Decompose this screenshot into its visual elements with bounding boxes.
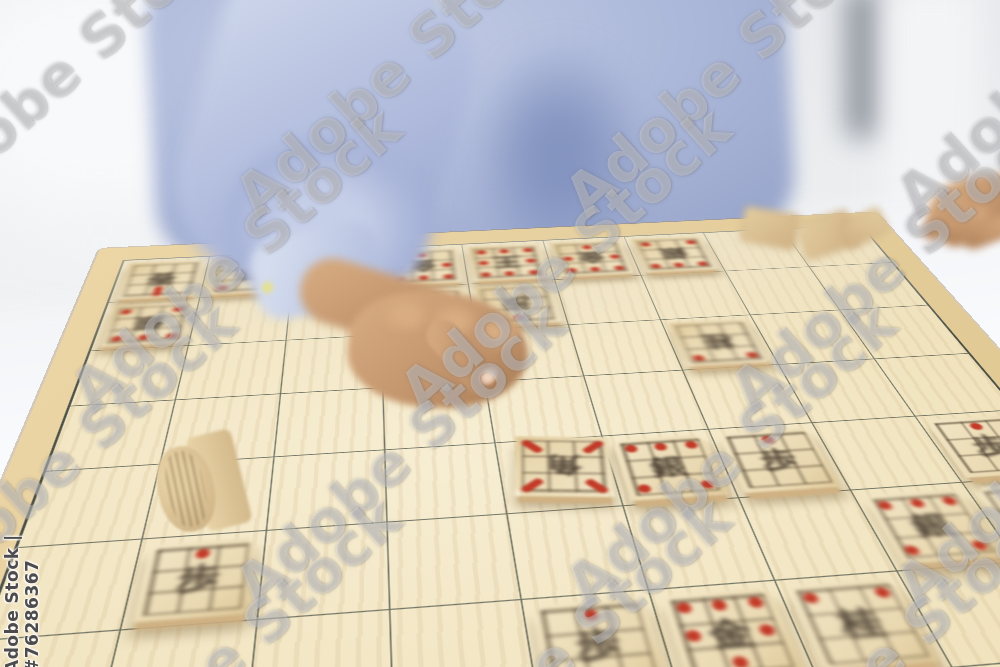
piece-kanji-pawn: 歩	[171, 560, 225, 597]
piece-kanji-silver: 銀	[127, 314, 168, 334]
blurred-background-object	[846, 0, 884, 138]
piece-kanji-pawn: 歩	[568, 623, 627, 665]
piece-gote-king[interactable]: 王	[468, 244, 549, 282]
piece-face: 角	[515, 437, 615, 498]
piece-face: 歩	[133, 537, 258, 622]
square-7d	[275, 388, 386, 457]
move-dot-r	[562, 257, 573, 262]
shogi-board: 香桂金王金銀銀歩歩桂角銀歩歩歩銀香歩金桂金玉	[0, 212, 1000, 667]
piece-face: 香	[116, 260, 203, 300]
move-dot-dr	[640, 242, 651, 247]
piece-kanji-gold: 金	[573, 250, 609, 266]
knuckle-highlight	[380, 296, 432, 334]
square-6e	[386, 443, 507, 523]
touched-piece-gote-bishop[interactable]: 角	[515, 437, 615, 498]
piece-kanji-pawn: 歩	[499, 295, 536, 314]
square-9c	[70, 346, 189, 407]
watermark-credit: Adobe Stock | #76286367	[2, 428, 42, 667]
square-6g	[391, 600, 539, 667]
move-dot-l	[609, 254, 620, 259]
move-dot-ul	[443, 274, 453, 279]
piece-face: 銀	[99, 302, 193, 347]
square-9d	[46, 400, 176, 471]
square-7g	[247, 610, 395, 667]
piece-kanji-bishop: 角	[543, 453, 586, 479]
piece-gote-lance[interactable]: 香	[116, 260, 203, 300]
cuff-button	[262, 282, 273, 293]
square-8c	[176, 340, 286, 400]
move-dot-d	[582, 245, 593, 250]
move-dot-l	[442, 262, 452, 267]
square-7f	[258, 523, 391, 620]
piece-kanji-king: 王	[490, 254, 525, 270]
square-7e	[267, 450, 388, 531]
piece-gote-silver[interactable]: 銀	[99, 302, 193, 347]
move-dot-ur	[566, 268, 577, 273]
move-dot-u	[590, 267, 601, 272]
board-playing-surface: 香桂金王金銀銀歩歩桂角銀歩歩歩銀香歩金桂金玉	[0, 225, 1000, 667]
piece-sente-pawn[interactable]: 歩	[133, 537, 258, 622]
move-dot-ul	[614, 265, 625, 270]
knuckle-highlight	[472, 314, 524, 352]
piece-face: 金	[550, 240, 634, 277]
square-6f	[388, 514, 521, 609]
piece-face: 王	[468, 244, 549, 282]
board-grid: 香桂金王金銀銀歩歩桂角銀歩歩歩銀香歩金桂金玉	[0, 225, 1000, 667]
piece-gote-gold[interactable]: 金	[550, 240, 634, 277]
piece-kanji-lance: 香	[142, 270, 180, 287]
stock-photo-child-playing-shogi: 香桂金王金銀銀歩歩桂角銀歩歩歩銀香歩金桂金玉 Adobe StockAdobe …	[0, 0, 1000, 667]
